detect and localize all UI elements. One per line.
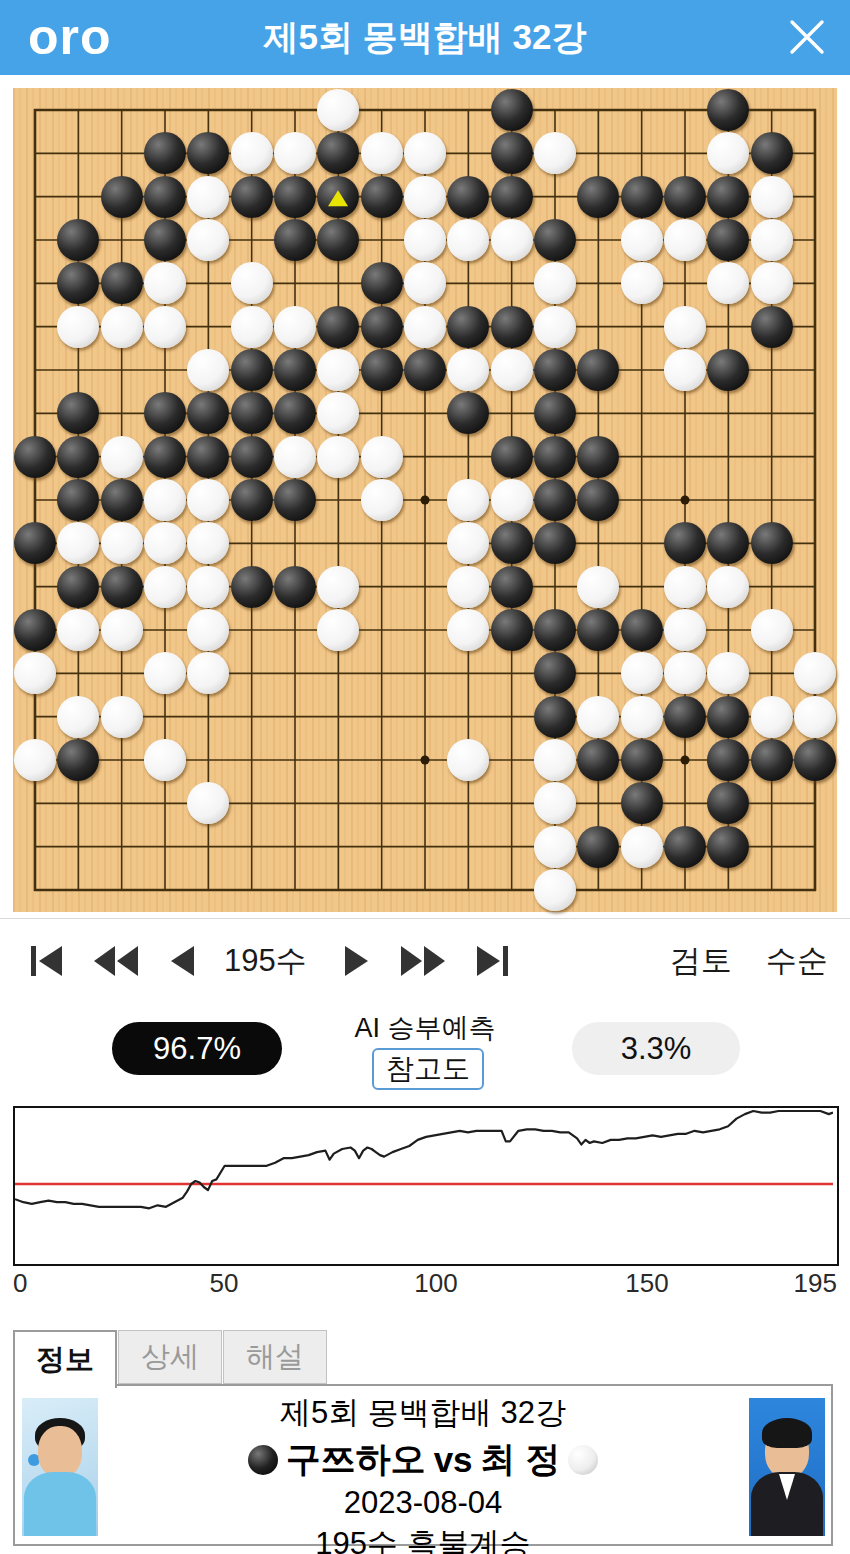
x-tick-100: 100: [414, 1268, 457, 1299]
black-stone: [534, 609, 576, 651]
white-stone: [751, 219, 793, 261]
white-stone: [187, 349, 229, 391]
white-stone: [447, 479, 489, 521]
white-stone: [144, 306, 186, 348]
black-stone: [621, 609, 663, 651]
white-stone: [447, 609, 489, 651]
white-stone: [534, 826, 576, 868]
white-stone-icon: [568, 1445, 598, 1475]
white-stone: [491, 349, 533, 391]
white-stone: [101, 696, 143, 738]
white-stone: [534, 739, 576, 781]
last-move-button[interactable]: [473, 941, 513, 981]
black-stone: [491, 436, 533, 478]
black-stone: [57, 566, 99, 608]
white-stone: [447, 349, 489, 391]
black-stone: [707, 826, 749, 868]
black-stone: [577, 609, 619, 651]
black-stone: [707, 176, 749, 218]
winrate-graph: 0 50 100 150 195: [0, 1100, 850, 1300]
white-stone: [187, 479, 229, 521]
black-stone: [664, 826, 706, 868]
black-stone: [361, 306, 403, 348]
black-stone: [231, 436, 273, 478]
white-stone: [447, 219, 489, 261]
black-stone: [577, 739, 619, 781]
black-stone: [101, 566, 143, 608]
white-stone: [447, 739, 489, 781]
black-stone: [534, 219, 576, 261]
white-stone: [621, 219, 663, 261]
x-tick-0: 0: [13, 1268, 27, 1299]
black-stone: [361, 349, 403, 391]
tab-details[interactable]: 상세: [118, 1330, 222, 1384]
black-stone: [101, 262, 143, 304]
black-stone: [231, 176, 273, 218]
black-stone: [577, 176, 619, 218]
white-stone: [144, 522, 186, 564]
white-stone: [751, 696, 793, 738]
white-stone: [57, 306, 99, 348]
black-stone: [57, 739, 99, 781]
black-stone-icon: [248, 1445, 278, 1475]
white-stone: [534, 132, 576, 174]
white-stone: [187, 566, 229, 608]
move-list-button[interactable]: 수순: [766, 940, 828, 982]
white-stone: [144, 479, 186, 521]
white-stone: [187, 609, 229, 651]
close-icon[interactable]: [782, 12, 832, 62]
black-stone: [664, 696, 706, 738]
white-stone: [404, 262, 446, 304]
white-stone: [144, 262, 186, 304]
white-stone: [231, 132, 273, 174]
white-player-name: 최 정: [481, 1436, 561, 1483]
white-stone: [534, 262, 576, 304]
white-stone: [361, 436, 403, 478]
white-stone: [14, 739, 56, 781]
black-player-photo: [22, 1398, 98, 1536]
black-stone: [534, 436, 576, 478]
white-stone: [664, 349, 706, 391]
black-stone: [274, 219, 316, 261]
black-stone: [707, 89, 749, 131]
white-stone: [664, 652, 706, 694]
black-stone: [621, 739, 663, 781]
white-stone: [534, 782, 576, 824]
black-stone: [14, 436, 56, 478]
white-stone: [57, 696, 99, 738]
white-stone: [317, 566, 359, 608]
black-stone: [14, 609, 56, 651]
white-stone: [751, 609, 793, 651]
white-stone: [794, 696, 836, 738]
white-stone: [664, 609, 706, 651]
white-stone: [101, 522, 143, 564]
black-stone: [577, 349, 619, 391]
page-title: 제5회 몽백합배 32강: [0, 14, 850, 61]
game-result: 195수 흑불계승: [125, 1523, 721, 1554]
white-stone: [621, 826, 663, 868]
white-stone: [317, 349, 359, 391]
black-player-name: 구쯔하오: [286, 1436, 426, 1483]
fast-forward-button[interactable]: [399, 941, 447, 981]
move-counter: 195수: [224, 940, 307, 982]
x-tick-50: 50: [210, 1268, 239, 1299]
black-stone: [707, 219, 749, 261]
black-stone: [361, 176, 403, 218]
black-winrate-badge: 96.7%: [112, 1022, 282, 1075]
black-stone: [577, 826, 619, 868]
black-stone: [751, 739, 793, 781]
black-stone: [664, 522, 706, 564]
white-stone: [144, 739, 186, 781]
white-stone: [664, 566, 706, 608]
white-stone: [794, 652, 836, 694]
black-stone: [57, 436, 99, 478]
white-stone: [577, 696, 619, 738]
white-stone: [187, 176, 229, 218]
white-stone: [534, 306, 576, 348]
black-stone: [707, 696, 749, 738]
winrate-plot-area: [13, 1106, 839, 1266]
black-stone: [274, 176, 316, 218]
black-stone: [491, 566, 533, 608]
black-stone: [621, 176, 663, 218]
tab-info[interactable]: 정보: [13, 1330, 117, 1388]
black-stone: [447, 306, 489, 348]
white-stone: [491, 219, 533, 261]
black-stone: [534, 349, 576, 391]
game-info-panel: 제5회 몽백합배 32강 구쯔하오 vs 최 정 2023-08-04 195수…: [13, 1384, 833, 1546]
black-stone: [447, 176, 489, 218]
black-stone: [491, 89, 533, 131]
white-stone: [361, 479, 403, 521]
white-stone: [404, 176, 446, 218]
white-stone: [317, 436, 359, 478]
ai-prediction-section: AI 승부예측 96.7% 3.3% 참고도: [0, 1002, 850, 1100]
white-stone: [751, 176, 793, 218]
white-stone: [404, 219, 446, 261]
white-winrate-badge: 3.3%: [572, 1022, 740, 1075]
white-stone: [664, 219, 706, 261]
black-stone: [534, 652, 576, 694]
black-stone: [231, 566, 273, 608]
white-stone: [274, 436, 316, 478]
players-line: 구쯔하오 vs 최 정: [125, 1436, 721, 1483]
white-stone: [274, 306, 316, 348]
black-stone: [101, 176, 143, 218]
black-stone: [491, 306, 533, 348]
black-stone: [361, 262, 403, 304]
reference-diagram-button[interactable]: 참고도: [372, 1048, 484, 1090]
black-stone: [187, 436, 229, 478]
info-tab-bar: 정보 상세 해설: [13, 1330, 327, 1384]
black-stone: [317, 306, 359, 348]
go-review-app: { "game": "go", "header": { "logo": "oro…: [0, 0, 850, 1554]
white-stone: [274, 132, 316, 174]
white-stone: [144, 652, 186, 694]
game-info-text: 제5회 몽백합배 32강 구쯔하오 vs 최 정 2023-08-04 195수…: [125, 1388, 721, 1554]
event-name: 제5회 몽백합배 32강: [125, 1392, 721, 1434]
black-stone: [144, 392, 186, 434]
white-stone: [231, 306, 273, 348]
black-stone: [491, 609, 533, 651]
black-stone: [274, 479, 316, 521]
vs-label: vs: [434, 1440, 473, 1480]
white-stone: [101, 609, 143, 651]
black-stone: [751, 522, 793, 564]
black-stone: [317, 219, 359, 261]
back-button[interactable]: [166, 941, 200, 981]
black-stone: [101, 479, 143, 521]
white-stone: [404, 306, 446, 348]
black-stone: [144, 436, 186, 478]
white-stone: [231, 262, 273, 304]
first-move-button[interactable]: [26, 941, 66, 981]
black-stone: [274, 566, 316, 608]
move-navigation-bar: 195수 검토 수순: [0, 918, 850, 1004]
x-tick-150: 150: [625, 1268, 668, 1299]
white-stone: [751, 262, 793, 304]
game-date: 2023-08-04: [125, 1485, 721, 1521]
black-stone: [534, 522, 576, 564]
white-stone: [621, 652, 663, 694]
black-stone: [274, 349, 316, 391]
black-stone: [491, 522, 533, 564]
black-stone: [144, 176, 186, 218]
tab-commentary[interactable]: 해설: [223, 1330, 327, 1384]
white-player-photo: [749, 1398, 825, 1536]
black-stone: [491, 176, 533, 218]
black-stone: [534, 392, 576, 434]
black-stone: [231, 392, 273, 434]
white-stone: [707, 566, 749, 608]
header: oro 제5회 몽백합배 32강: [0, 0, 850, 75]
black-stone: [664, 176, 706, 218]
black-stone: [707, 739, 749, 781]
x-tick-195: 195: [794, 1268, 837, 1299]
black-stone: [231, 479, 273, 521]
white-stone: [664, 306, 706, 348]
black-stone: [404, 349, 446, 391]
last-move-marker-icon: [328, 190, 348, 206]
black-stone: [274, 392, 316, 434]
black-stone: [57, 479, 99, 521]
forward-button[interactable]: [339, 941, 373, 981]
white-stone: [361, 132, 403, 174]
black-stone: [751, 132, 793, 174]
black-stone: [577, 436, 619, 478]
black-stone: [491, 132, 533, 174]
black-stone: [317, 176, 359, 218]
white-stone: [491, 479, 533, 521]
white-stone: [317, 609, 359, 651]
black-stone: [144, 219, 186, 261]
white-stone: [144, 566, 186, 608]
black-stone: [231, 349, 273, 391]
go-board[interactable]: [13, 88, 837, 912]
white-stone: [621, 696, 663, 738]
fast-back-button[interactable]: [92, 941, 140, 981]
black-stone: [144, 132, 186, 174]
white-stone: [101, 436, 143, 478]
white-stone: [101, 306, 143, 348]
white-stone: [621, 262, 663, 304]
black-stone: [534, 696, 576, 738]
black-stone: [794, 739, 836, 781]
white-stone: [404, 132, 446, 174]
black-stone: [751, 306, 793, 348]
black-stone: [57, 219, 99, 261]
white-stone: [57, 609, 99, 651]
black-stone: [577, 479, 619, 521]
black-stone: [621, 782, 663, 824]
review-button[interactable]: 검토: [670, 940, 732, 982]
white-stone: [447, 566, 489, 608]
black-stone: [534, 479, 576, 521]
white-stone: [534, 869, 576, 911]
black-stone: [707, 349, 749, 391]
white-stone: [577, 566, 619, 608]
white-stone: [187, 219, 229, 261]
